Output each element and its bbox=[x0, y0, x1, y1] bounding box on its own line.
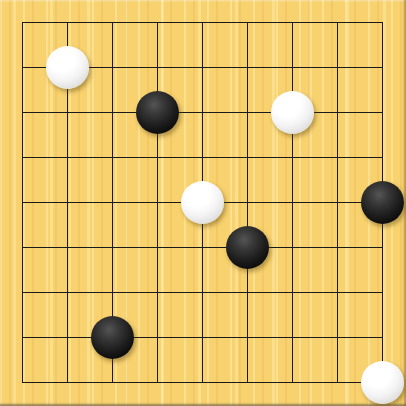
intersection-b4[interactable] bbox=[45, 135, 90, 180]
intersection-i6[interactable] bbox=[360, 225, 405, 270]
intersection-a2[interactable] bbox=[0, 45, 45, 90]
intersection-h8[interactable] bbox=[315, 315, 360, 360]
intersection-b5[interactable] bbox=[45, 180, 90, 225]
intersection-d6[interactable] bbox=[135, 225, 180, 270]
intersection-a1[interactable] bbox=[0, 0, 45, 45]
intersection-g8[interactable] bbox=[270, 315, 315, 360]
intersection-e5[interactable] bbox=[180, 180, 225, 225]
intersection-g4[interactable] bbox=[270, 135, 315, 180]
intersection-i5[interactable] bbox=[360, 180, 405, 225]
intersection-a7[interactable] bbox=[0, 270, 45, 315]
intersection-b7[interactable] bbox=[45, 270, 90, 315]
white-stone bbox=[271, 91, 314, 134]
intersection-a3[interactable] bbox=[0, 90, 45, 135]
intersection-c6[interactable] bbox=[90, 225, 135, 270]
intersection-c8[interactable] bbox=[90, 315, 135, 360]
intersection-b1[interactable] bbox=[45, 0, 90, 45]
intersection-h6[interactable] bbox=[315, 225, 360, 270]
black-stone bbox=[361, 181, 404, 224]
intersection-d1[interactable] bbox=[135, 0, 180, 45]
intersection-b9[interactable] bbox=[45, 360, 90, 405]
intersection-h5[interactable] bbox=[315, 180, 360, 225]
intersection-b2[interactable] bbox=[45, 45, 90, 90]
intersection-b3[interactable] bbox=[45, 90, 90, 135]
intersection-f7[interactable] bbox=[225, 270, 270, 315]
intersection-b6[interactable] bbox=[45, 225, 90, 270]
intersection-d9[interactable] bbox=[135, 360, 180, 405]
intersection-g9[interactable] bbox=[270, 360, 315, 405]
intersection-g5[interactable] bbox=[270, 180, 315, 225]
intersection-e2[interactable] bbox=[180, 45, 225, 90]
black-stone bbox=[136, 91, 179, 134]
intersection-e4[interactable] bbox=[180, 135, 225, 180]
intersection-a5[interactable] bbox=[0, 180, 45, 225]
intersection-e9[interactable] bbox=[180, 360, 225, 405]
intersection-i3[interactable] bbox=[360, 90, 405, 135]
intersection-c7[interactable] bbox=[90, 270, 135, 315]
intersection-g6[interactable] bbox=[270, 225, 315, 270]
intersection-i8[interactable] bbox=[360, 315, 405, 360]
intersection-g2[interactable] bbox=[270, 45, 315, 90]
intersection-d8[interactable] bbox=[135, 315, 180, 360]
intersection-g1[interactable] bbox=[270, 0, 315, 45]
intersection-h9[interactable] bbox=[315, 360, 360, 405]
intersection-g3[interactable] bbox=[270, 90, 315, 135]
intersection-i1[interactable] bbox=[360, 0, 405, 45]
intersection-e8[interactable] bbox=[180, 315, 225, 360]
black-stone bbox=[226, 226, 269, 269]
intersection-d2[interactable] bbox=[135, 45, 180, 90]
intersection-h1[interactable] bbox=[315, 0, 360, 45]
intersection-i2[interactable] bbox=[360, 45, 405, 90]
intersection-h4[interactable] bbox=[315, 135, 360, 180]
intersection-d4[interactable] bbox=[135, 135, 180, 180]
intersection-d7[interactable] bbox=[135, 270, 180, 315]
intersection-c9[interactable] bbox=[90, 360, 135, 405]
board-intersections bbox=[0, 0, 405, 405]
intersection-i7[interactable] bbox=[360, 270, 405, 315]
black-stone bbox=[91, 316, 134, 359]
intersection-f8[interactable] bbox=[225, 315, 270, 360]
go-board bbox=[0, 0, 406, 406]
intersection-c3[interactable] bbox=[90, 90, 135, 135]
intersection-h3[interactable] bbox=[315, 90, 360, 135]
intersection-f4[interactable] bbox=[225, 135, 270, 180]
intersection-d3[interactable] bbox=[135, 90, 180, 135]
intersection-i9[interactable] bbox=[360, 360, 405, 405]
intersection-c5[interactable] bbox=[90, 180, 135, 225]
intersection-i4[interactable] bbox=[360, 135, 405, 180]
intersection-g7[interactable] bbox=[270, 270, 315, 315]
intersection-f1[interactable] bbox=[225, 0, 270, 45]
intersection-a4[interactable] bbox=[0, 135, 45, 180]
intersection-d5[interactable] bbox=[135, 180, 180, 225]
intersection-a8[interactable] bbox=[0, 315, 45, 360]
intersection-f6[interactable] bbox=[225, 225, 270, 270]
intersection-a6[interactable] bbox=[0, 225, 45, 270]
intersection-h2[interactable] bbox=[315, 45, 360, 90]
intersection-f2[interactable] bbox=[225, 45, 270, 90]
intersection-c4[interactable] bbox=[90, 135, 135, 180]
intersection-e7[interactable] bbox=[180, 270, 225, 315]
intersection-f5[interactable] bbox=[225, 180, 270, 225]
white-stone bbox=[181, 181, 224, 224]
intersection-f9[interactable] bbox=[225, 360, 270, 405]
intersection-c1[interactable] bbox=[90, 0, 135, 45]
intersection-a9[interactable] bbox=[0, 360, 45, 405]
intersection-f3[interactable] bbox=[225, 90, 270, 135]
intersection-e1[interactable] bbox=[180, 0, 225, 45]
intersection-e3[interactable] bbox=[180, 90, 225, 135]
intersection-b8[interactable] bbox=[45, 315, 90, 360]
intersection-c2[interactable] bbox=[90, 45, 135, 90]
white-stone bbox=[46, 46, 89, 89]
intersection-h7[interactable] bbox=[315, 270, 360, 315]
white-stone bbox=[361, 361, 404, 404]
intersection-e6[interactable] bbox=[180, 225, 225, 270]
